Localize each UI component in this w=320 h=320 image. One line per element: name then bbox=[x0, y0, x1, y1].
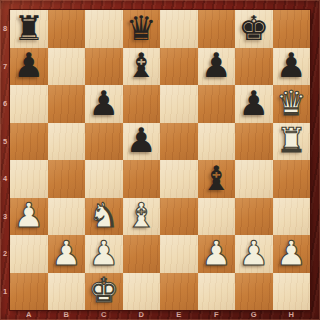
square-a2[interactable] bbox=[10, 235, 48, 273]
white-pawn-f2: ♟ bbox=[201, 236, 231, 270]
white-pawn-c2: ♟ bbox=[89, 236, 119, 270]
rank-label-8: 8 bbox=[0, 10, 10, 48]
black-pawn-h7: ♟ bbox=[276, 48, 306, 82]
square-e3[interactable] bbox=[160, 198, 198, 236]
file-label-b: B bbox=[48, 310, 86, 320]
white-rook-h5: ♜ bbox=[276, 123, 306, 157]
square-g5[interactable] bbox=[235, 123, 273, 161]
square-c4[interactable] bbox=[85, 160, 123, 198]
square-f8[interactable] bbox=[198, 10, 236, 48]
square-g3[interactable] bbox=[235, 198, 273, 236]
square-d8[interactable]: ♛ bbox=[123, 10, 161, 48]
square-f6[interactable] bbox=[198, 85, 236, 123]
square-a5[interactable] bbox=[10, 123, 48, 161]
square-e1[interactable] bbox=[160, 273, 198, 311]
square-d7[interactable]: ♝ bbox=[123, 48, 161, 86]
square-f5[interactable] bbox=[198, 123, 236, 161]
square-f7[interactable]: ♟ bbox=[198, 48, 236, 86]
chess-board: ♜♛♚♟♝♟♟♟♟♛♟♜♝♟♞♝♟♟♟♟♟♚ bbox=[10, 10, 310, 310]
black-pawn-a7: ♟ bbox=[14, 48, 44, 82]
white-pawn-h2: ♟ bbox=[276, 236, 306, 270]
square-d5[interactable]: ♟ bbox=[123, 123, 161, 161]
square-c6[interactable]: ♟ bbox=[85, 85, 123, 123]
square-h5[interactable]: ♜ bbox=[273, 123, 311, 161]
file-label-c: C bbox=[85, 310, 123, 320]
square-g1[interactable] bbox=[235, 273, 273, 311]
black-king-g8: ♚ bbox=[239, 11, 269, 45]
square-e5[interactable] bbox=[160, 123, 198, 161]
rank-label-1: 1 bbox=[0, 273, 10, 311]
square-f1[interactable] bbox=[198, 273, 236, 311]
rank-label-6: 6 bbox=[0, 85, 10, 123]
square-c5[interactable] bbox=[85, 123, 123, 161]
square-d1[interactable] bbox=[123, 273, 161, 311]
rank-label-4: 4 bbox=[0, 160, 10, 198]
square-a7[interactable]: ♟ bbox=[10, 48, 48, 86]
square-d4[interactable] bbox=[123, 160, 161, 198]
square-h1[interactable] bbox=[273, 273, 311, 311]
black-bishop-f4: ♝ bbox=[201, 161, 231, 195]
square-h6[interactable]: ♛ bbox=[273, 85, 311, 123]
black-pawn-c6: ♟ bbox=[89, 86, 119, 120]
square-g8[interactable]: ♚ bbox=[235, 10, 273, 48]
black-pawn-f7: ♟ bbox=[201, 48, 231, 82]
square-h7[interactable]: ♟ bbox=[273, 48, 311, 86]
file-label-g: G bbox=[235, 310, 273, 320]
square-b5[interactable] bbox=[48, 123, 86, 161]
square-d3[interactable]: ♝ bbox=[123, 198, 161, 236]
black-pawn-d5: ♟ bbox=[126, 123, 156, 157]
square-d6[interactable] bbox=[123, 85, 161, 123]
white-bishop-d3: ♝ bbox=[126, 198, 156, 232]
square-g4[interactable] bbox=[235, 160, 273, 198]
square-a8[interactable]: ♜ bbox=[10, 10, 48, 48]
white-king-c1: ♚ bbox=[89, 273, 119, 307]
square-h8[interactable] bbox=[273, 10, 311, 48]
square-e7[interactable] bbox=[160, 48, 198, 86]
rank-label-2: 2 bbox=[0, 235, 10, 273]
black-rook-a8: ♜ bbox=[14, 11, 44, 45]
square-h2[interactable]: ♟ bbox=[273, 235, 311, 273]
rank-label-7: 7 bbox=[0, 48, 10, 86]
white-pawn-b2: ♟ bbox=[51, 236, 81, 270]
square-b2[interactable]: ♟ bbox=[48, 235, 86, 273]
file-label-a: A bbox=[10, 310, 48, 320]
square-d2[interactable] bbox=[123, 235, 161, 273]
white-knight-c3: ♞ bbox=[89, 198, 119, 232]
rank-label-3: 3 bbox=[0, 198, 10, 236]
square-f4[interactable]: ♝ bbox=[198, 160, 236, 198]
square-c2[interactable]: ♟ bbox=[85, 235, 123, 273]
black-bishop-d7: ♝ bbox=[126, 48, 156, 82]
file-labels: ABCDEFGH bbox=[10, 310, 310, 320]
square-c7[interactable] bbox=[85, 48, 123, 86]
square-g2[interactable]: ♟ bbox=[235, 235, 273, 273]
white-pawn-g2: ♟ bbox=[239, 236, 269, 270]
white-pawn-a3: ♟ bbox=[14, 198, 44, 232]
square-e2[interactable] bbox=[160, 235, 198, 273]
square-b4[interactable] bbox=[48, 160, 86, 198]
square-e8[interactable] bbox=[160, 10, 198, 48]
square-e4[interactable] bbox=[160, 160, 198, 198]
square-f3[interactable] bbox=[198, 198, 236, 236]
white-queen-h6: ♛ bbox=[276, 86, 306, 120]
board-frame: 87654321 ABCDEFGH ♜♛♚♟♝♟♟♟♟♛♟♜♝♟♞♝♟♟♟♟♟♚ bbox=[0, 0, 320, 320]
square-c3[interactable]: ♞ bbox=[85, 198, 123, 236]
square-h4[interactable] bbox=[273, 160, 311, 198]
black-pawn-g6: ♟ bbox=[239, 86, 269, 120]
square-c1[interactable]: ♚ bbox=[85, 273, 123, 311]
file-label-h: H bbox=[273, 310, 311, 320]
file-label-d: D bbox=[123, 310, 161, 320]
square-h3[interactable] bbox=[273, 198, 311, 236]
square-g6[interactable]: ♟ bbox=[235, 85, 273, 123]
file-label-e: E bbox=[160, 310, 198, 320]
square-a6[interactable] bbox=[10, 85, 48, 123]
square-c8[interactable] bbox=[85, 10, 123, 48]
square-b8[interactable] bbox=[48, 10, 86, 48]
square-f2[interactable]: ♟ bbox=[198, 235, 236, 273]
file-label-f: F bbox=[198, 310, 236, 320]
black-queen-d8: ♛ bbox=[126, 11, 156, 45]
square-a1[interactable] bbox=[10, 273, 48, 311]
square-a3[interactable]: ♟ bbox=[10, 198, 48, 236]
square-g7[interactable] bbox=[235, 48, 273, 86]
square-b3[interactable] bbox=[48, 198, 86, 236]
square-b1[interactable] bbox=[48, 273, 86, 311]
square-a4[interactable] bbox=[10, 160, 48, 198]
rank-label-5: 5 bbox=[0, 123, 10, 161]
square-b6[interactable] bbox=[48, 85, 86, 123]
square-e6[interactable] bbox=[160, 85, 198, 123]
rank-labels: 87654321 bbox=[0, 10, 10, 310]
square-b7[interactable] bbox=[48, 48, 86, 86]
